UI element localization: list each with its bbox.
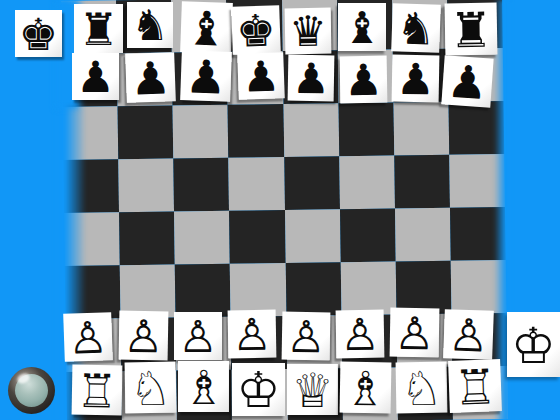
tile-black-pawn-7[interactable]: ♟ xyxy=(392,55,440,103)
square-h4[interactable] xyxy=(450,207,506,261)
tile-black-pawn-1[interactable]: ♟ xyxy=(72,53,119,100)
square-c3[interactable] xyxy=(175,264,231,318)
black-knight-icon: ♞ xyxy=(131,3,169,49)
tile-white-knight-2[interactable]: ♘ xyxy=(125,362,177,414)
tile-black-pawn-3[interactable]: ♟ xyxy=(180,50,232,102)
white-pawn-icon: ♙ xyxy=(340,311,380,360)
black-knight-icon: ♞ xyxy=(395,4,436,53)
white-pawn-icon: ♙ xyxy=(123,312,164,362)
white-pawn-icon: ♙ xyxy=(394,309,435,359)
tile-white-pawn-6[interactable]: ♙ xyxy=(336,310,385,359)
square-a4[interactable] xyxy=(64,212,120,266)
tile-black-pawn-6[interactable]: ♟ xyxy=(340,56,388,104)
tile-black-king-4[interactable]: ♚ xyxy=(231,5,281,55)
square-e6[interactable] xyxy=(283,103,339,157)
square-e3[interactable] xyxy=(285,262,341,316)
white-knight-icon: ♘ xyxy=(400,363,443,415)
white-queen-icon: ♕ xyxy=(291,365,333,416)
square-d5[interactable] xyxy=(229,157,285,211)
black-pawn-icon: ♟ xyxy=(446,57,490,109)
tile-white-bishop-6[interactable]: ♗ xyxy=(340,362,392,414)
white-king-icon: ♔ xyxy=(237,364,281,417)
black-rook-icon: ♜ xyxy=(449,4,493,57)
square-f5[interactable] xyxy=(339,155,395,209)
square-f4[interactable] xyxy=(340,208,396,262)
tile-black-knight-2[interactable]: ♞ xyxy=(127,2,173,48)
offboard-white-king-tile[interactable]: ♔ xyxy=(507,312,560,377)
tile-white-pawn-3[interactable]: ♙ xyxy=(174,312,222,360)
tile-white-king-4[interactable]: ♔ xyxy=(232,363,285,416)
black-pawn-icon: ♟ xyxy=(396,56,435,104)
tile-white-pawn-2[interactable]: ♙ xyxy=(119,311,169,361)
square-a6[interactable] xyxy=(63,106,119,160)
tile-white-queen-5[interactable]: ♕ xyxy=(287,364,338,415)
tile-white-rook-1[interactable]: ♖ xyxy=(72,365,123,416)
tile-white-pawn-8[interactable]: ♙ xyxy=(443,309,494,360)
game-window: ♜♞♝♚♛♝♞♜♟♟♟♟♟♟♟♟♙♙♙♙♙♙♙♙♖♘♗♔♕♗♘♖ ♚ ♔ xyxy=(0,0,560,420)
white-pawn-icon: ♙ xyxy=(67,313,108,362)
tile-black-rook-1[interactable]: ♜ xyxy=(74,4,123,53)
square-g4[interactable] xyxy=(395,208,451,262)
black-pawn-icon: ♟ xyxy=(344,57,383,105)
black-pawn-icon: ♟ xyxy=(130,53,172,103)
black-bishop-icon: ♝ xyxy=(342,4,381,52)
square-c4[interactable] xyxy=(174,211,230,265)
square-f6[interactable] xyxy=(338,102,394,156)
square-f3[interactable] xyxy=(340,261,396,315)
square-b6[interactable] xyxy=(118,106,174,160)
square-g6[interactable] xyxy=(393,102,449,156)
white-rook-icon: ♖ xyxy=(453,360,498,413)
tile-white-pawn-5[interactable]: ♙ xyxy=(282,312,331,361)
white-pawn-icon: ♙ xyxy=(286,313,326,362)
white-rook-icon: ♖ xyxy=(76,366,118,417)
black-pawn-icon: ♟ xyxy=(241,53,280,100)
square-b4[interactable] xyxy=(119,212,175,266)
tile-black-queen-5[interactable]: ♛ xyxy=(285,8,332,55)
black-pawn-icon: ♟ xyxy=(76,54,115,101)
white-king-icon: ♔ xyxy=(511,316,556,376)
tile-white-bishop-3[interactable]: ♗ xyxy=(178,361,229,412)
offboard-black-king-tile[interactable]: ♚ xyxy=(15,10,62,57)
tile-white-pawn-7[interactable]: ♙ xyxy=(390,308,440,358)
menu-sphere-button[interactable] xyxy=(8,367,55,414)
tile-black-bishop-3[interactable]: ♝ xyxy=(180,1,233,54)
black-pawn-icon: ♟ xyxy=(184,51,227,102)
tile-black-pawn-8[interactable]: ♟ xyxy=(441,55,493,107)
tile-black-pawn-2[interactable]: ♟ xyxy=(125,52,176,103)
tile-black-pawn-5[interactable]: ♟ xyxy=(288,55,335,102)
square-d6[interactable] xyxy=(228,104,284,158)
square-g5[interactable] xyxy=(394,155,450,209)
white-bishop-icon: ♗ xyxy=(344,363,387,415)
square-e4[interactable] xyxy=(285,209,341,263)
square-c6[interactable] xyxy=(173,105,229,159)
tile-white-rook-8[interactable]: ♖ xyxy=(448,359,502,413)
white-pawn-icon: ♙ xyxy=(447,310,489,360)
square-d4[interactable] xyxy=(229,210,285,264)
white-knight-icon: ♘ xyxy=(129,363,172,415)
tile-black-knight-7[interactable]: ♞ xyxy=(391,3,441,53)
black-bishop-icon: ♝ xyxy=(185,2,229,54)
black-pawn-icon: ♟ xyxy=(292,56,330,103)
square-a5[interactable] xyxy=(63,159,119,213)
tile-black-rook-8[interactable]: ♜ xyxy=(445,3,498,56)
square-b5[interactable] xyxy=(118,159,174,213)
tile-black-bishop-6[interactable]: ♝ xyxy=(338,3,386,51)
white-pawn-icon: ♙ xyxy=(232,311,272,360)
black-king-icon: ♚ xyxy=(19,11,58,58)
black-king-icon: ♚ xyxy=(235,6,276,55)
black-rook-icon: ♜ xyxy=(78,5,118,54)
tile-white-knight-7[interactable]: ♘ xyxy=(396,362,448,414)
tile-white-pawn-1[interactable]: ♙ xyxy=(63,312,113,362)
tile-black-pawn-4[interactable]: ♟ xyxy=(237,52,285,100)
white-pawn-icon: ♙ xyxy=(178,313,217,361)
tile-white-pawn-4[interactable]: ♙ xyxy=(228,310,277,359)
square-e5[interactable] xyxy=(284,156,340,210)
white-bishop-icon: ♗ xyxy=(182,362,224,413)
square-h5[interactable] xyxy=(449,154,505,208)
square-h3[interactable] xyxy=(451,260,507,314)
black-queen-icon: ♛ xyxy=(289,9,327,56)
square-c5[interactable] xyxy=(174,158,230,212)
